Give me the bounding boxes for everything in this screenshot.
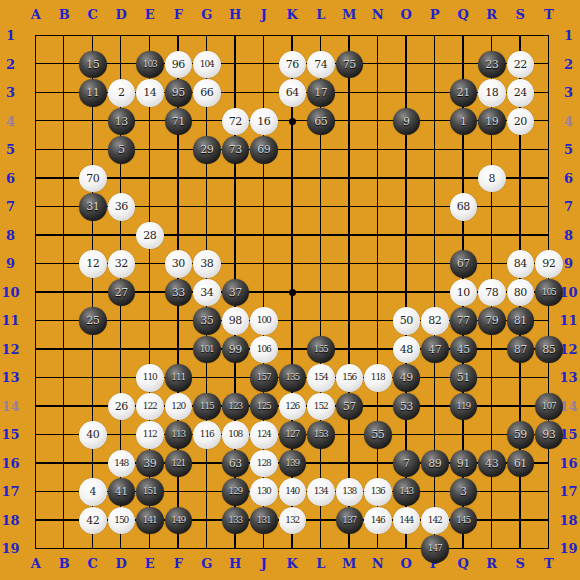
stone-white-move-146-N18[interactable]: 146 <box>364 507 392 535</box>
stone-white-move-96-F2[interactable]: 96 <box>165 51 193 79</box>
board-intersection-P11: 82 <box>421 307 450 336</box>
board-intersection-R2: 23 <box>478 50 507 79</box>
stone-black-move-1-Q4[interactable]: 1 <box>450 108 478 136</box>
stone-black-move-131-J18[interactable]: 131 <box>250 507 278 535</box>
stone-white-move-16-J4[interactable]: 16 <box>250 108 278 136</box>
stone-white-move-122-E14[interactable]: 122 <box>136 393 164 421</box>
row-label-12: 12 <box>0 335 21 364</box>
stone-black-move-43-R16[interactable]: 43 <box>478 450 506 478</box>
board-intersection-O13: 49 <box>392 364 421 393</box>
board-intersection-J5: 69 <box>250 136 279 165</box>
board-intersection-C9: 12 <box>79 250 108 279</box>
row-label-16: 16 <box>0 449 21 478</box>
board-intersection-T10: 105 <box>535 278 564 307</box>
stone-black-move-25-C11[interactable]: 25 <box>79 307 107 335</box>
stone-white-move-108-H15[interactable]: 108 <box>222 421 250 449</box>
stone-black-move-107-T14[interactable]: 107 <box>535 393 563 421</box>
board-intersection-E3: 14 <box>136 79 165 108</box>
stone-white-move-48-O12[interactable]: 48 <box>393 336 421 364</box>
stone-white-move-148-D16[interactable]: 148 <box>108 450 136 478</box>
stone-white-move-22-S2[interactable]: 22 <box>507 51 535 79</box>
row-label-17: 17 <box>0 478 21 507</box>
stone-white-move-150-D18[interactable]: 150 <box>108 507 136 535</box>
board-intersection-L15: 153 <box>307 421 336 450</box>
board-intersection-G10: 34 <box>193 278 222 307</box>
board-intersection-R10: 78 <box>478 278 507 307</box>
stone-white-move-28-E8[interactable]: 28 <box>136 222 164 250</box>
stone-white-move-68-Q7[interactable]: 68 <box>450 193 478 221</box>
board-intersection-C18: 42 <box>79 506 108 535</box>
board-intersection-K15: 127 <box>278 421 307 450</box>
stone-black-move-115-G14[interactable]: 115 <box>193 393 221 421</box>
stone-white-move-136-N17[interactable]: 136 <box>364 478 392 506</box>
board-intersection-E2: 103 <box>136 50 165 79</box>
stone-black-move-19-R4[interactable]: 19 <box>478 108 506 136</box>
stone-black-move-113-F15[interactable]: 113 <box>165 421 193 449</box>
board-intersection-R16: 43 <box>478 449 507 478</box>
stone-black-move-61-S16[interactable]: 61 <box>507 450 535 478</box>
stone-white-move-72-H4[interactable]: 72 <box>222 108 250 136</box>
board-intersection-P18: 142 <box>421 506 450 535</box>
stone-black-move-127-K15[interactable]: 127 <box>279 421 307 449</box>
stone-black-move-139-K16[interactable]: 139 <box>279 450 307 478</box>
board-intersection-N18: 146 <box>364 506 393 535</box>
row-label-15: 15 <box>0 421 21 450</box>
stone-black-move-149-F18[interactable]: 149 <box>165 507 193 535</box>
stone-white-move-142-P18[interactable]: 142 <box>421 507 449 535</box>
stone-black-move-77-Q11[interactable]: 77 <box>450 307 478 335</box>
stone-black-move-39-E16[interactable]: 39 <box>136 450 164 478</box>
board-intersection-J4: 16 <box>250 107 279 136</box>
stone-black-move-55-N15[interactable]: 55 <box>364 421 392 449</box>
stone-black-move-129-H17[interactable]: 129 <box>222 478 250 506</box>
stone-black-move-81-S11[interactable]: 81 <box>507 307 535 335</box>
board-intersection-J17: 130 <box>250 478 279 507</box>
stone-white-move-70-C6[interactable]: 70 <box>79 165 107 193</box>
stone-white-move-18-R3[interactable]: 18 <box>478 79 506 107</box>
row-label-13: 13 <box>0 364 21 393</box>
board-intersection-L13: 154 <box>307 364 336 393</box>
board-intersection-Q11: 77 <box>449 307 478 336</box>
stone-white-move-20-S4[interactable]: 20 <box>507 108 535 136</box>
board-intersection-E14: 122 <box>136 392 165 421</box>
board-intersection-O11: 50 <box>392 307 421 336</box>
stone-black-move-99-H12[interactable]: 99 <box>222 336 250 364</box>
stone-black-move-93-T15[interactable]: 93 <box>535 421 563 449</box>
stone-black-move-45-Q12[interactable]: 45 <box>450 336 478 364</box>
board-intersection-E13: 110 <box>136 364 165 393</box>
row-label-5: 5 <box>0 136 21 165</box>
stone-black-move-95-F3[interactable]: 95 <box>165 79 193 107</box>
board-intersection-D17: 41 <box>107 478 136 507</box>
row-label-6: 6 <box>0 164 21 193</box>
board-intersection-J14: 125 <box>250 392 279 421</box>
stone-white-move-74-L2[interactable]: 74 <box>307 51 335 79</box>
board-intersection-G14: 115 <box>193 392 222 421</box>
board-intersection-Q9: 67 <box>449 250 478 279</box>
board-intersection-N17: 136 <box>364 478 393 507</box>
board-intersection-H17: 129 <box>221 478 250 507</box>
board-intersection-P16: 89 <box>421 449 450 478</box>
stone-white-move-2-D3[interactable]: 2 <box>108 79 136 107</box>
board-intersection-S15: 59 <box>506 421 535 450</box>
stone-white-move-92-T9[interactable]: 92 <box>535 250 563 278</box>
board-intersection-D3: 2 <box>107 79 136 108</box>
stone-white-move-80-S10[interactable]: 80 <box>507 279 535 307</box>
stone-white-move-76-K2[interactable]: 76 <box>279 51 307 79</box>
stone-black-move-71-F4[interactable]: 71 <box>165 108 193 136</box>
board-intersection-F3: 95 <box>164 79 193 108</box>
board-intersection-Q17: 3 <box>449 478 478 507</box>
board-intersection-F15: 113 <box>164 421 193 450</box>
board-intersection-L12: 155 <box>307 335 336 364</box>
board-intersection-C2: 15 <box>79 50 108 79</box>
board-intersection-Q7: 68 <box>449 193 478 222</box>
stone-black-move-141-E18[interactable]: 141 <box>136 507 164 535</box>
board-intersection-E15: 112 <box>136 421 165 450</box>
stone-black-move-73-H5[interactable]: 73 <box>222 136 250 164</box>
board-intersection-E17: 151 <box>136 478 165 507</box>
stone-white-move-30-F9[interactable]: 30 <box>165 250 193 278</box>
stone-white-move-116-G15[interactable]: 116 <box>193 421 221 449</box>
stone-black-move-121-F16[interactable]: 121 <box>165 450 193 478</box>
stone-black-move-31-C7[interactable]: 31 <box>79 193 107 221</box>
board-intersection-G9: 38 <box>193 250 222 279</box>
stone-white-move-64-K3[interactable]: 64 <box>279 79 307 107</box>
row-labels-left: 12345678910111213141516171819 <box>0 22 21 564</box>
board-intersection-F9: 30 <box>164 250 193 279</box>
row-label-1: 1 <box>0 22 21 51</box>
stone-black-move-87-S12[interactable]: 87 <box>507 336 535 364</box>
board-intersection-G3: 66 <box>193 79 222 108</box>
stone-black-move-91-Q16[interactable]: 91 <box>450 450 478 478</box>
stone-white-move-14-E3[interactable]: 14 <box>136 79 164 107</box>
go-board-page: ABCDEFGHJKLMNOPQRST ABCDEFGHJKLMNOPQRST … <box>0 0 580 580</box>
board-intersection-M17: 138 <box>335 478 364 507</box>
board-intersection-G12: 101 <box>193 335 222 364</box>
board-intersection-T12: 85 <box>535 335 564 364</box>
stone-white-move-126-K14[interactable]: 126 <box>279 393 307 421</box>
stone-white-move-124-J15[interactable]: 124 <box>250 421 278 449</box>
row-label-11: 11 <box>0 307 21 336</box>
board-intersection-H11: 98 <box>221 307 250 336</box>
board-intersection-N13: 118 <box>364 364 393 393</box>
board-intersection-D5: 5 <box>107 136 136 165</box>
row-label-18: 18 <box>0 506 21 535</box>
stone-white-move-36-D7[interactable]: 36 <box>108 193 136 221</box>
stone-white-move-140-K17[interactable]: 140 <box>279 478 307 506</box>
stone-black-move-35-G11[interactable]: 35 <box>193 307 221 335</box>
stone-black-move-33-F10[interactable]: 33 <box>165 279 193 307</box>
stone-white-move-10-Q10[interactable]: 10 <box>450 279 478 307</box>
row-label-3: 3 <box>0 79 21 108</box>
board-intersection-P19: 147 <box>421 535 450 564</box>
board-intersection-P12: 47 <box>421 335 450 364</box>
stone-black-move-143-O17[interactable]: 143 <box>393 478 421 506</box>
board-intersection-L3: 17 <box>307 79 336 108</box>
board-intersection-J12: 106 <box>250 335 279 364</box>
stone-black-move-155-L12[interactable]: 155 <box>307 336 335 364</box>
stone-white-move-134-L17[interactable]: 134 <box>307 478 335 506</box>
board-intersection-T15: 93 <box>535 421 564 450</box>
board-intersection-G5: 29 <box>193 136 222 165</box>
stone-black-move-123-H14[interactable]: 123 <box>222 393 250 421</box>
stone-white-move-118-N13[interactable]: 118 <box>364 364 392 392</box>
board-intersection-K3: 64 <box>278 79 307 108</box>
stone-white-move-112-E15[interactable]: 112 <box>136 421 164 449</box>
stone-black-move-153-L15[interactable]: 153 <box>307 421 335 449</box>
board-intersection-J11: 100 <box>250 307 279 336</box>
board-intersection-N15: 55 <box>364 421 393 450</box>
stone-black-move-41-D17[interactable]: 41 <box>108 478 136 506</box>
stone-black-move-105-T10[interactable]: 105 <box>535 279 563 307</box>
board-intersection-G15: 116 <box>193 421 222 450</box>
board-intersection-C6: 70 <box>79 164 108 193</box>
stone-white-move-154-L13[interactable]: 154 <box>307 364 335 392</box>
stone-white-move-34-G10[interactable]: 34 <box>193 279 221 307</box>
stone-white-move-138-M17[interactable]: 138 <box>336 478 364 506</box>
stone-black-move-65-L4[interactable]: 65 <box>307 108 335 136</box>
stone-white-move-144-O18[interactable]: 144 <box>393 507 421 535</box>
stone-black-move-157-J13[interactable]: 157 <box>250 364 278 392</box>
board-intersection-E8: 28 <box>136 221 165 250</box>
board-intersection-J13: 157 <box>250 364 279 393</box>
stone-black-move-3-Q17[interactable]: 3 <box>450 478 478 506</box>
go-board[interactable]: 1510396104767475232211214956664172118241… <box>22 22 564 564</box>
stone-black-move-37-H10[interactable]: 37 <box>222 279 250 307</box>
board-intersection-E16: 39 <box>136 449 165 478</box>
stone-black-move-119-Q14[interactable]: 119 <box>450 393 478 421</box>
stone-black-move-69-J5[interactable]: 69 <box>250 136 278 164</box>
board-intersection-D9: 32 <box>107 250 136 279</box>
stone-black-move-9-O4[interactable]: 9 <box>393 108 421 136</box>
stone-black-move-27-D10[interactable]: 27 <box>108 279 136 307</box>
stone-black-move-145-Q18[interactable]: 145 <box>450 507 478 535</box>
stone-black-move-29-G5[interactable]: 29 <box>193 136 221 164</box>
board-intersection-T9: 92 <box>535 250 564 279</box>
board-intersection-Q3: 21 <box>449 79 478 108</box>
board-intersection-C17: 4 <box>79 478 108 507</box>
board-intersection-R6: 8 <box>478 164 507 193</box>
board-intersection-K17: 140 <box>278 478 307 507</box>
stone-white-move-40-C15[interactable]: 40 <box>79 421 107 449</box>
stone-black-move-151-E17[interactable]: 151 <box>136 478 164 506</box>
board-intersection-G2: 104 <box>193 50 222 79</box>
board-intersection-S11: 81 <box>506 307 535 336</box>
board-intersection-S9: 84 <box>506 250 535 279</box>
stone-white-move-104-G2[interactable]: 104 <box>193 51 221 79</box>
stone-white-move-66-G3[interactable]: 66 <box>193 79 221 107</box>
board-intersection-J18: 131 <box>250 506 279 535</box>
stone-white-move-8-R6[interactable]: 8 <box>478 165 506 193</box>
stone-white-move-130-J17[interactable]: 130 <box>250 478 278 506</box>
stone-white-move-78-R10[interactable]: 78 <box>478 279 506 307</box>
board-intersection-E18: 141 <box>136 506 165 535</box>
stone-white-move-50-O11[interactable]: 50 <box>393 307 421 335</box>
stone-white-move-120-F14[interactable]: 120 <box>165 393 193 421</box>
board-intersection-L4: 65 <box>307 107 336 136</box>
board-intersection-C7: 31 <box>79 193 108 222</box>
stone-black-move-147-P19[interactable]: 147 <box>421 535 449 563</box>
board-intersection-R11: 79 <box>478 307 507 336</box>
stone-white-move-132-K18[interactable]: 132 <box>279 507 307 535</box>
stone-white-move-156-M13[interactable]: 156 <box>336 364 364 392</box>
stone-black-move-75-M2[interactable]: 75 <box>336 51 364 79</box>
stone-black-move-135-K13[interactable]: 135 <box>279 364 307 392</box>
stone-white-move-4-C17[interactable]: 4 <box>79 478 107 506</box>
board-intersection-F13: 111 <box>164 364 193 393</box>
stone-white-move-12-C9[interactable]: 12 <box>79 250 107 278</box>
board-intersection-C11: 25 <box>79 307 108 336</box>
stone-black-move-59-S15[interactable]: 59 <box>507 421 535 449</box>
board-intersection-J15: 124 <box>250 421 279 450</box>
stone-black-move-103-E2[interactable]: 103 <box>136 51 164 79</box>
board-intersection-H15: 108 <box>221 421 250 450</box>
stone-white-move-24-S3[interactable]: 24 <box>507 79 535 107</box>
board-intersection-D7: 36 <box>107 193 136 222</box>
stone-white-move-42-C18[interactable]: 42 <box>79 507 107 535</box>
board-intersection-C15: 40 <box>79 421 108 450</box>
board-intersection-O17: 143 <box>392 478 421 507</box>
stone-black-move-15-C2[interactable]: 15 <box>79 51 107 79</box>
stone-white-move-82-P11[interactable]: 82 <box>421 307 449 335</box>
board-intersection-G11: 35 <box>193 307 222 336</box>
stone-black-move-85-T12[interactable]: 85 <box>535 336 563 364</box>
row-label-4: 4 <box>0 107 21 136</box>
row-label-10: 10 <box>0 278 21 307</box>
stone-black-move-49-O13[interactable]: 49 <box>393 364 421 392</box>
stone-black-move-89-P16[interactable]: 89 <box>421 450 449 478</box>
board-intersection-T14: 107 <box>535 392 564 421</box>
row-label-2: 2 <box>0 50 21 79</box>
stone-black-move-137-M18[interactable]: 137 <box>336 507 364 535</box>
board-intersection-C3: 11 <box>79 79 108 108</box>
board-intersection-M13: 156 <box>335 364 364 393</box>
stone-white-move-32-D9[interactable]: 32 <box>108 250 136 278</box>
stone-black-move-111-F13[interactable]: 111 <box>165 364 193 392</box>
board-intersection-L14: 152 <box>307 392 336 421</box>
stone-black-move-47-P12[interactable]: 47 <box>421 336 449 364</box>
stone-black-move-101-G12[interactable]: 101 <box>193 336 221 364</box>
board-intersection-L17: 134 <box>307 478 336 507</box>
board-intersection-Q13: 51 <box>449 364 478 393</box>
stone-white-move-84-S9[interactable]: 84 <box>507 250 535 278</box>
stone-black-move-7-O16[interactable]: 7 <box>393 450 421 478</box>
stone-black-move-23-R2[interactable]: 23 <box>478 51 506 79</box>
stone-black-move-13-D4[interactable]: 13 <box>108 108 136 136</box>
board-intersection-R3: 18 <box>478 79 507 108</box>
stone-white-move-26-D14[interactable]: 26 <box>108 393 136 421</box>
stone-black-move-63-H16[interactable]: 63 <box>222 450 250 478</box>
board-intersection-K13: 135 <box>278 364 307 393</box>
stone-white-move-106-J12[interactable]: 106 <box>250 336 278 364</box>
row-label-14: 14 <box>0 392 21 421</box>
stone-black-move-5-D5[interactable]: 5 <box>108 136 136 164</box>
stone-black-move-125-J14[interactable]: 125 <box>250 393 278 421</box>
row-label-7: 7 <box>0 193 21 222</box>
board-intersection-R4: 19 <box>478 107 507 136</box>
stone-black-move-17-L3[interactable]: 17 <box>307 79 335 107</box>
stone-black-move-79-R11[interactable]: 79 <box>478 307 506 335</box>
stone-white-move-98-H11[interactable]: 98 <box>222 307 250 335</box>
board-intersection-S3: 24 <box>506 79 535 108</box>
stone-black-move-133-H18[interactable]: 133 <box>222 507 250 535</box>
stone-black-move-67-Q9[interactable]: 67 <box>450 250 478 278</box>
stone-black-move-21-Q3[interactable]: 21 <box>450 79 478 107</box>
stone-white-move-152-L14[interactable]: 152 <box>307 393 335 421</box>
board-intersection-L2: 74 <box>307 50 336 79</box>
stone-white-move-110-E13[interactable]: 110 <box>136 364 164 392</box>
stone-white-move-128-J16[interactable]: 128 <box>250 450 278 478</box>
stone-black-move-57-M14[interactable]: 57 <box>336 393 364 421</box>
stone-black-move-53-O14[interactable]: 53 <box>393 393 421 421</box>
stone-black-move-51-Q13[interactable]: 51 <box>450 364 478 392</box>
board-intersection-H5: 73 <box>221 136 250 165</box>
stone-white-move-100-J11[interactable]: 100 <box>250 307 278 335</box>
row-label-8: 8 <box>0 221 21 250</box>
stone-white-move-38-G9[interactable]: 38 <box>193 250 221 278</box>
row-label-9: 9 <box>0 250 21 279</box>
row-label-19: 19 <box>0 535 21 564</box>
stone-black-move-11-C3[interactable]: 11 <box>79 79 107 107</box>
board-intersection-J16: 128 <box>250 449 279 478</box>
